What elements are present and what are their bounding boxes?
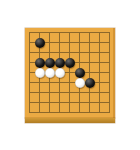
board-cell[interactable] [35, 48, 45, 58]
board-cell[interactable] [95, 68, 105, 78]
white-stone [45, 68, 55, 78]
board-cell[interactable] [105, 28, 115, 38]
board-cell[interactable] [95, 108, 105, 118]
white-stone [55, 68, 65, 78]
board-cell[interactable] [95, 58, 105, 68]
board-cell[interactable] [25, 38, 35, 48]
board-cell[interactable] [25, 28, 35, 38]
board-cell[interactable] [55, 58, 65, 68]
go-board [25, 28, 115, 123]
board-cell[interactable] [85, 68, 95, 78]
board-cell[interactable] [45, 48, 55, 58]
board-cell[interactable] [25, 108, 35, 118]
board-cell[interactable] [95, 78, 105, 88]
board-cell[interactable] [45, 88, 55, 98]
board-cell[interactable] [45, 108, 55, 118]
board-cell[interactable] [105, 78, 115, 88]
board-cell[interactable] [105, 88, 115, 98]
board-cell[interactable] [25, 78, 35, 88]
board-cell[interactable] [45, 58, 55, 68]
board-cell[interactable] [25, 58, 35, 68]
board-cell[interactable] [75, 48, 85, 58]
board-cell[interactable] [55, 98, 65, 108]
board-cell[interactable] [45, 98, 55, 108]
board-cell[interactable] [35, 58, 45, 68]
board-cell[interactable] [35, 78, 45, 88]
board-cell[interactable] [75, 98, 85, 108]
board-cell[interactable] [105, 98, 115, 108]
board-cell[interactable] [45, 68, 55, 78]
board-cell[interactable] [55, 48, 65, 58]
board-cell[interactable] [95, 88, 105, 98]
board-cell[interactable] [65, 78, 75, 88]
white-stone [75, 78, 85, 88]
board-cell[interactable] [35, 28, 45, 38]
board-cell[interactable] [105, 108, 115, 118]
black-stone [75, 68, 85, 78]
board-cell[interactable] [75, 28, 85, 38]
board-cell[interactable] [85, 28, 95, 38]
board-cell[interactable] [65, 28, 75, 38]
black-stone [45, 58, 55, 68]
board-cell[interactable] [95, 28, 105, 38]
board-cell[interactable] [55, 88, 65, 98]
board-cell[interactable] [85, 88, 95, 98]
board-cell[interactable] [85, 38, 95, 48]
board-cell[interactable] [95, 48, 105, 58]
board-cell[interactable] [25, 48, 35, 58]
board-cell[interactable] [55, 78, 65, 88]
board-cell[interactable] [65, 68, 75, 78]
board-cell[interactable] [35, 88, 45, 98]
board-cell[interactable] [55, 68, 65, 78]
board-cell[interactable] [65, 98, 75, 108]
white-stone [35, 68, 45, 78]
board-cell[interactable] [65, 48, 75, 58]
board-cell[interactable] [75, 38, 85, 48]
board-cell[interactable] [85, 108, 95, 118]
board-cell[interactable] [35, 68, 45, 78]
board-cell[interactable] [85, 58, 95, 68]
board-grid [25, 28, 115, 118]
board-cell[interactable] [75, 88, 85, 98]
board-cell[interactable] [85, 78, 95, 88]
board-cell[interactable] [75, 68, 85, 78]
black-stone [35, 38, 45, 48]
board-cell[interactable] [75, 108, 85, 118]
board-cell[interactable] [85, 48, 95, 58]
board-cell[interactable] [35, 108, 45, 118]
board-cell[interactable] [105, 68, 115, 78]
board-cell[interactable] [25, 98, 35, 108]
board-edge [25, 118, 115, 123]
board-cell[interactable] [65, 58, 75, 68]
board-cell[interactable] [45, 38, 55, 48]
board-cell[interactable] [65, 88, 75, 98]
page-background [0, 0, 140, 150]
board-cell[interactable] [25, 68, 35, 78]
black-stone [85, 78, 95, 88]
board-cell[interactable] [25, 88, 35, 98]
black-stone [55, 58, 65, 68]
board-cell[interactable] [95, 98, 105, 108]
board-cell[interactable] [35, 38, 45, 48]
black-stone [35, 58, 45, 68]
board-cell[interactable] [65, 38, 75, 48]
board-cell[interactable] [75, 58, 85, 68]
board-cell[interactable] [35, 98, 45, 108]
board-cell[interactable] [75, 78, 85, 88]
black-stone [65, 58, 75, 68]
board-cell[interactable] [55, 108, 65, 118]
board-cell[interactable] [105, 58, 115, 68]
board-cell[interactable] [105, 38, 115, 48]
board-cell[interactable] [55, 28, 65, 38]
board-cell[interactable] [45, 28, 55, 38]
board-cell[interactable] [85, 98, 95, 108]
board-cell[interactable] [55, 38, 65, 48]
board-cell[interactable] [95, 38, 105, 48]
board-cell[interactable] [65, 108, 75, 118]
board-cell[interactable] [45, 78, 55, 88]
board-cell[interactable] [105, 48, 115, 58]
